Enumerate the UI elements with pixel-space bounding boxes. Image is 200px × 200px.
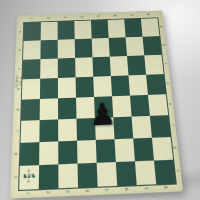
coord-left-a: a <box>18 30 22 32</box>
coord-right-a: a <box>159 25 163 27</box>
square-6-0 <box>20 142 40 166</box>
coord-left-b: b <box>17 48 21 51</box>
square-6-5 <box>115 138 135 162</box>
coord-bottom-5: 5 <box>104 188 109 191</box>
coord-right-e: e <box>167 102 172 105</box>
coord-right-f: f <box>170 124 174 126</box>
square-7-2 <box>58 164 78 189</box>
square-7-1 <box>39 164 59 189</box>
square-0-5 <box>108 19 126 38</box>
square-5-7 <box>150 115 171 138</box>
square-7-3 <box>78 163 98 188</box>
square-3-4 <box>93 76 112 97</box>
coord-right-c: c <box>163 62 167 64</box>
coord-right-h: h <box>175 169 180 172</box>
square-2-2 <box>58 58 76 78</box>
square-6-3 <box>77 140 97 164</box>
square-1-3 <box>75 39 93 58</box>
square-4-7 <box>148 94 168 116</box>
us-chess-logo-icon: ♙ ♞♛♞ ♙ <box>20 165 37 185</box>
coord-bottom-3: 3 <box>65 190 70 193</box>
black-pawn-glyph: ♟ <box>89 114 116 115</box>
chessboard: ✦ US CHESS ♙ ♞♛♞ ♙ ♟ 1234567812345678abc… <box>10 11 183 199</box>
square-5-1 <box>39 119 58 142</box>
coord-top-4: 4 <box>80 15 84 17</box>
coord-bottom-4: 4 <box>85 189 90 192</box>
square-0-1 <box>41 22 58 41</box>
coord-left-c: c <box>16 68 20 70</box>
square-3-6 <box>128 75 147 96</box>
square-6-7 <box>152 137 173 161</box>
square-7-5 <box>116 161 137 186</box>
coord-left-h: h <box>12 175 17 178</box>
coord-right-g: g <box>172 146 177 149</box>
coord-top-3: 3 <box>63 16 67 18</box>
square-6-2 <box>58 141 77 165</box>
coord-top-5: 5 <box>96 15 100 17</box>
photo-scene: ✦ US CHESS ♙ ♞♛♞ ♙ ♟ 1234567812345678abc… <box>0 0 200 200</box>
square-7-6 <box>135 161 156 186</box>
square-1-2 <box>58 39 75 58</box>
coord-left-f: f <box>14 130 18 132</box>
square-0-6 <box>124 19 142 38</box>
coord-bottom-6: 6 <box>124 187 129 190</box>
square-3-0 <box>22 79 40 100</box>
square-2-3 <box>75 57 93 77</box>
coord-top-6: 6 <box>113 14 117 16</box>
square-4-6 <box>130 95 150 117</box>
coord-top-8: 8 <box>146 13 150 15</box>
square-0-4 <box>91 20 109 39</box>
coord-left-d: d <box>16 87 20 90</box>
coord-top-1: 1 <box>30 17 34 19</box>
square-6-4 <box>96 139 116 163</box>
coord-bottom-8: 8 <box>163 186 168 189</box>
square-1-7 <box>143 36 162 55</box>
square-1-0 <box>23 40 41 59</box>
square-3-2 <box>58 77 76 98</box>
square-5-6 <box>132 116 152 139</box>
square-2-6 <box>127 55 146 75</box>
coord-bottom-1: 1 <box>25 191 30 194</box>
square-1-6 <box>126 37 145 56</box>
logo-base-glyph: ♙ <box>27 178 31 182</box>
square-1-5 <box>109 37 127 56</box>
coord-bottom-7: 7 <box>143 187 148 190</box>
coord-left-g: g <box>13 152 18 155</box>
square-0-3 <box>74 21 91 40</box>
square-2-7 <box>144 55 163 75</box>
square-3-7 <box>146 74 166 95</box>
square-2-0 <box>22 59 40 79</box>
square-1-4 <box>92 38 110 57</box>
square-0-0 <box>24 22 41 41</box>
square-4-1 <box>40 98 58 120</box>
square-2-5 <box>110 56 129 76</box>
coord-bottom-2: 2 <box>45 191 50 194</box>
square-5-0 <box>21 120 40 143</box>
square-5-2 <box>58 119 77 142</box>
coord-left-e: e <box>15 108 19 111</box>
square-2-1 <box>40 59 58 79</box>
square-2-4 <box>92 57 110 77</box>
square-7-4 <box>97 162 118 187</box>
square-7-7 <box>154 160 176 185</box>
square-0-2 <box>58 21 75 40</box>
square-0-7 <box>141 18 160 37</box>
board-mat: ✦ US CHESS ♙ ♞♛♞ ♙ ♟ 1234567812345678abc… <box>10 11 183 199</box>
square-3-1 <box>40 78 58 99</box>
coord-top-7: 7 <box>129 14 133 16</box>
square-6-6 <box>133 138 154 162</box>
square-1-1 <box>40 40 57 59</box>
square-6-1 <box>39 141 58 165</box>
square-4-2 <box>58 98 77 120</box>
square-4-0 <box>21 99 40 121</box>
coord-right-d: d <box>165 82 169 85</box>
coord-top-2: 2 <box>46 17 50 19</box>
coord-right-b: b <box>161 43 165 46</box>
square-3-5 <box>111 75 130 96</box>
square-3-3 <box>76 77 94 98</box>
